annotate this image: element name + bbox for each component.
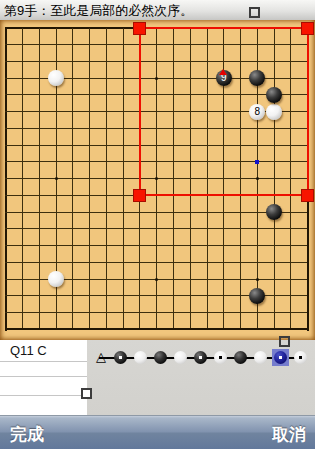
- move-annotation-dot: [299, 356, 302, 359]
- grid-line-vertical: [39, 28, 40, 330]
- grid-line-vertical: [123, 28, 124, 330]
- title-bar: 第9手：至此是局部的必然次序。: [0, 0, 315, 20]
- move-node-1[interactable]: [114, 351, 127, 364]
- list-item[interactable]: [0, 396, 87, 415]
- selection-corner-handle[interactable]: [301, 22, 314, 35]
- grid-line-vertical: [106, 28, 107, 330]
- grid-line-vertical: [89, 28, 90, 330]
- game-start-triangle-icon[interactable]: △: [96, 349, 106, 364]
- move-node-7[interactable]: [234, 351, 247, 364]
- move-node-4[interactable]: [174, 351, 187, 364]
- move-node-8[interactable]: [254, 351, 267, 364]
- app-screen: 第9手：至此是局部的必然次序。 89 Q11 C △ 完成 取消: [0, 0, 315, 449]
- go-stone-white: [48, 271, 64, 287]
- selection-corner-handle[interactable]: [133, 22, 146, 35]
- move-node-2[interactable]: [134, 351, 147, 364]
- grid-line-horizontal: [5, 262, 309, 263]
- grid-line-horizontal: [5, 228, 309, 229]
- bottom-panel: Q11 C △: [0, 340, 315, 415]
- go-stone-white: 8: [249, 104, 265, 120]
- go-board[interactable]: 89: [0, 20, 315, 340]
- page-title: 第9手：至此是局部的必然次序。: [4, 2, 193, 20]
- go-stone-black: 9: [216, 70, 232, 86]
- go-stone-white: [48, 70, 64, 86]
- move-sequence-strip[interactable]: △: [87, 340, 315, 415]
- star-point: [256, 278, 259, 281]
- grid-line-horizontal: [5, 245, 309, 246]
- move-node-6[interactable]: [214, 351, 227, 364]
- move-annotation-dot: [199, 356, 202, 359]
- grid-line-vertical: [22, 28, 23, 330]
- move-node-5[interactable]: [194, 351, 207, 364]
- done-button[interactable]: 完成: [10, 423, 44, 446]
- cancel-button[interactable]: 取消: [272, 423, 306, 446]
- go-stone-white: [266, 104, 282, 120]
- grid-line-horizontal: [5, 312, 309, 313]
- selection-rectangle: [139, 27, 309, 196]
- grid-line-horizontal: [5, 328, 309, 330]
- go-stone-black: [266, 204, 282, 220]
- list-item[interactable]: Q11 C: [0, 340, 87, 362]
- star-point: [55, 177, 58, 180]
- list-item[interactable]: [0, 377, 87, 396]
- move-node-9[interactable]: [274, 351, 287, 364]
- title-square-handle-icon[interactable]: [249, 7, 260, 18]
- selection-corner-handle[interactable]: [133, 189, 146, 202]
- current-move-triangle-icon: [219, 69, 227, 75]
- move-annotation-dot: [279, 356, 282, 359]
- selection-corner-handle[interactable]: [301, 189, 314, 202]
- list-item[interactable]: [0, 362, 87, 377]
- star-point: [155, 278, 158, 281]
- move-node-3[interactable]: [154, 351, 167, 364]
- blue-target-point: [255, 160, 259, 164]
- strip-square-handle-icon[interactable]: [279, 336, 290, 347]
- grid-line-horizontal: [5, 212, 309, 213]
- move-info-list: Q11 C: [0, 340, 87, 415]
- move-node-10[interactable]: [294, 351, 307, 364]
- bottom-toolbar: 完成 取消: [0, 415, 315, 449]
- grid-line-vertical: [72, 28, 73, 330]
- list-square-handle-icon[interactable]: [81, 388, 92, 399]
- stone-move-number: 8: [255, 107, 261, 117]
- go-stone-black: [249, 288, 265, 304]
- grid-line-vertical: [5, 28, 7, 331]
- move-annotation-dot: [219, 356, 222, 359]
- move-annotation-dot: [119, 356, 122, 359]
